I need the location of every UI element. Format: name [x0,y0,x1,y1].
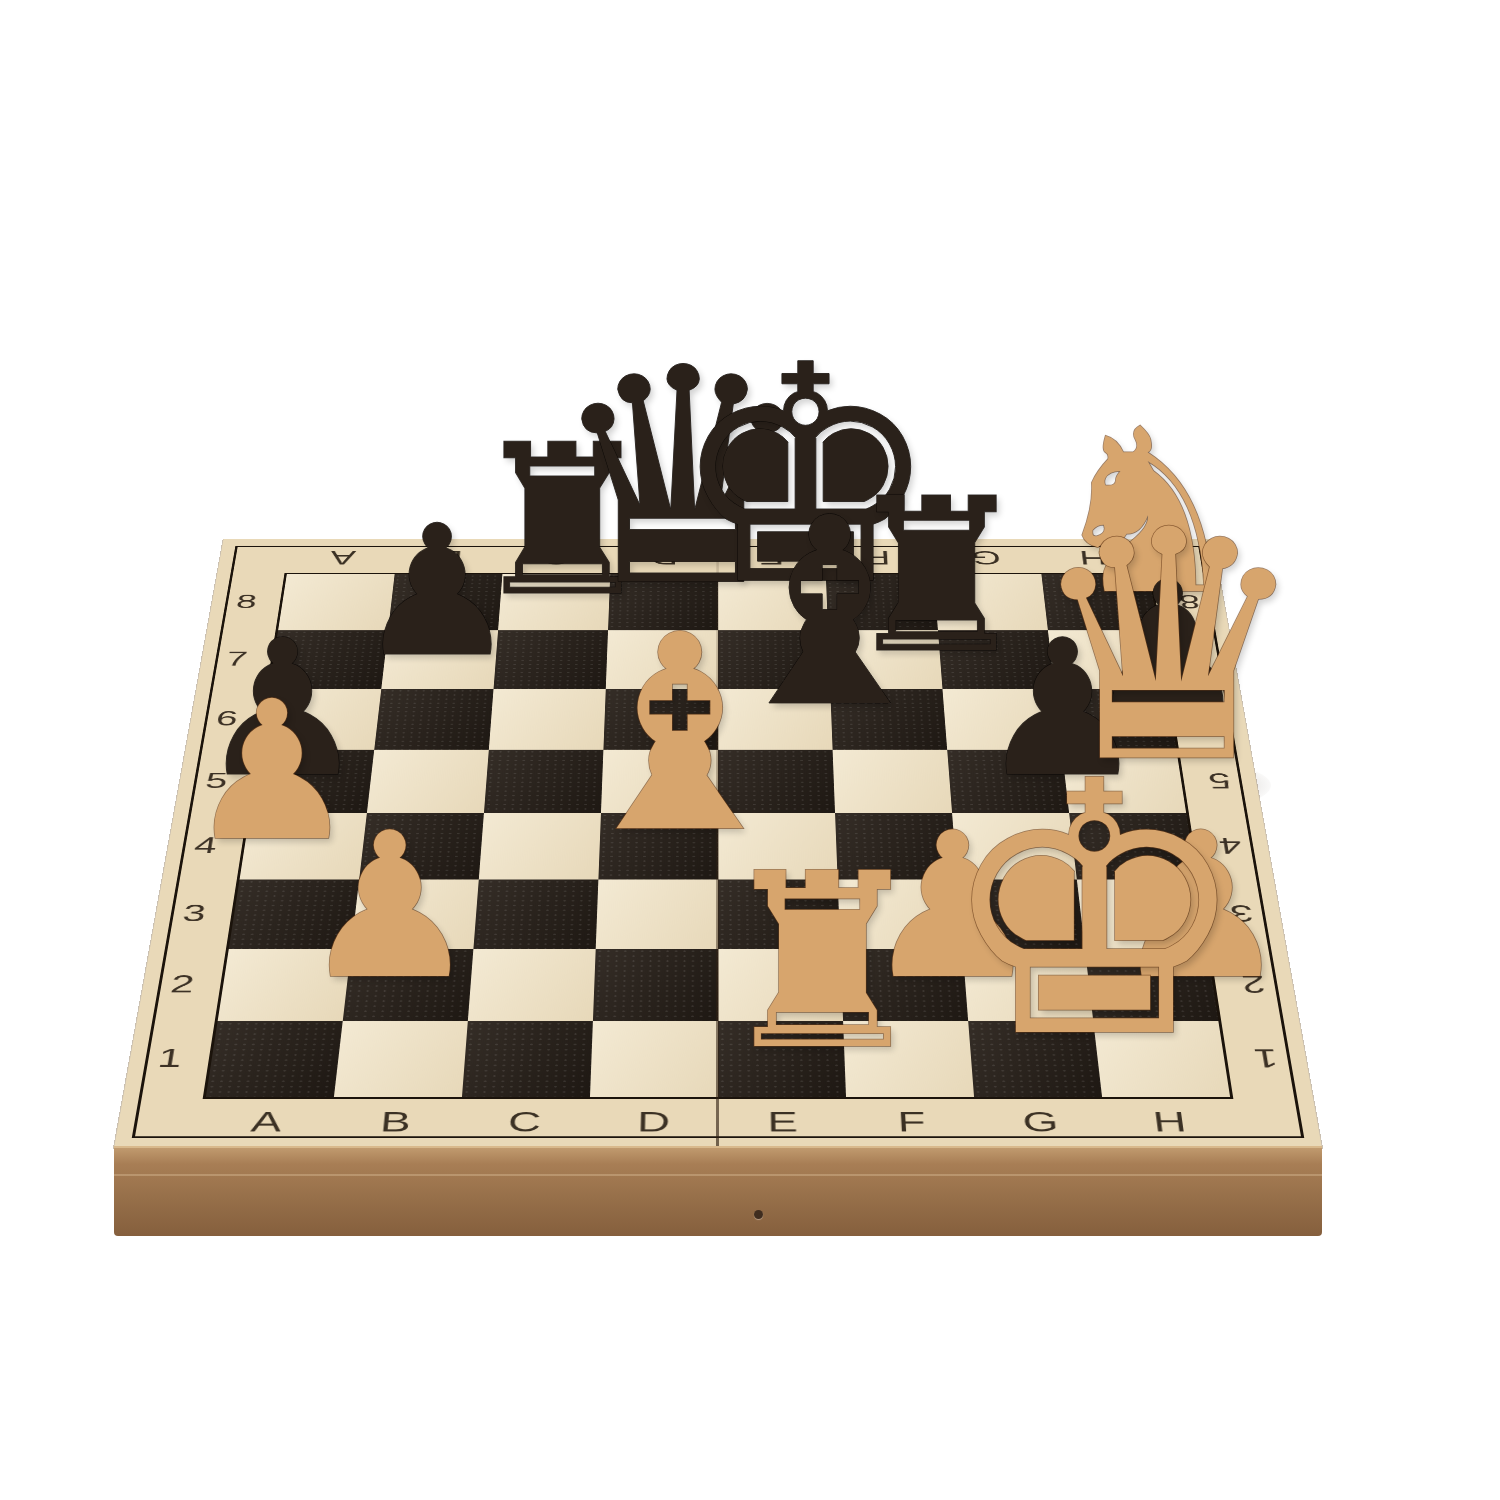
square-c1[interactable] [462,1021,593,1097]
black-pawn-b7[interactable]: ♟ [356,506,518,677]
file-label-bottom-b: B [329,1108,461,1136]
rank-label-left-3: 3 [132,902,257,925]
rank-label-left-1: 1 [104,1045,235,1071]
square-c2[interactable] [468,949,596,1021]
square-b6[interactable] [374,689,493,750]
white-king-g1[interactable]: ♚ [938,745,1251,1077]
product-photo-scene: ABCDEFGHABCDEFGH8765432187654321 ♜♛♚♞♟♜♝… [0,0,1500,1500]
rank-label-left-2: 2 [118,972,246,997]
hinge-clasp [754,1210,763,1219]
pieces-layer: ♜♛♚♞♟♜♝♟♟♟♛♟♝♟♟♟♜♚ [0,0,1500,1500]
file-label-bottom-d: D [588,1108,718,1136]
file-label-bottom-c: C [459,1108,590,1136]
white-rook-e1[interactable]: ♜ [714,847,931,1076]
square-d1[interactable] [590,1021,718,1097]
square-d2[interactable] [593,949,718,1021]
board-front-edge [114,1146,1322,1236]
square-b1[interactable] [334,1021,468,1097]
file-label-bottom-a: A [200,1108,333,1136]
white-pawn-b2[interactable]: ♟ [300,812,480,1003]
file-label-bottom-e: E [718,1108,848,1136]
